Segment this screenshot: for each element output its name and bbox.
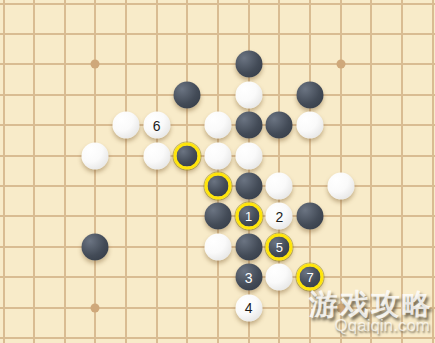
grid-line-horizontal (0, 33, 435, 35)
stone-black-9-4 (266, 112, 293, 139)
stone-black-8-8 (235, 233, 262, 260)
stone-white-8-5 (235, 142, 262, 169)
stone-black-7-7 (205, 203, 232, 230)
grid-line-horizontal (0, 276, 435, 278)
grid-line-vertical (33, 0, 35, 343)
stone-white-7-4 (205, 112, 232, 139)
stone-white-3-5 (82, 142, 109, 169)
move-number: 5 (276, 240, 283, 253)
stone-black-3-8 (82, 233, 109, 260)
star-point (91, 303, 100, 312)
star-point (336, 60, 345, 69)
stone-black-10-7 (297, 203, 324, 230)
grid-line-vertical (156, 0, 158, 343)
stone-white-5-5 (143, 142, 170, 169)
grid-line-vertical (125, 0, 127, 343)
stone-black-10-3 (297, 81, 324, 108)
move-number: 6 (153, 118, 161, 132)
stone-black-6-3 (174, 81, 201, 108)
grid-line-vertical (3, 0, 5, 343)
move-number: 4 (245, 301, 253, 315)
stone-white-10-4 (297, 112, 324, 139)
stone-black-8-2 (235, 51, 262, 78)
move-number: 3 (245, 270, 253, 284)
stone-white-7-8 (205, 233, 232, 260)
stone-black-8-7: 1 (235, 203, 262, 230)
stone-white-8-10: 4 (235, 294, 262, 321)
stone-black-8-6 (235, 172, 262, 199)
stone-white-11-6 (327, 172, 354, 199)
stone-black-8-9: 3 (235, 264, 262, 291)
stone-white-4-4 (113, 112, 140, 139)
stone-black-7-6 (205, 172, 232, 199)
stone-white-9-7: 2 (266, 203, 293, 230)
grid-line-vertical (64, 0, 66, 343)
stone-black-6-5 (174, 142, 201, 169)
move-number: 1 (245, 210, 252, 223)
stone-white-9-9 (266, 264, 293, 291)
stone-white-5-4: 6 (143, 112, 170, 139)
grid-line-vertical (186, 0, 188, 343)
grid-line-vertical (94, 0, 96, 343)
grid-line-horizontal (0, 337, 435, 339)
stone-white-9-6 (266, 172, 293, 199)
move-number: 7 (306, 271, 313, 284)
stone-black-9-8: 5 (266, 233, 293, 260)
stone-white-8-3 (235, 81, 262, 108)
grid-line-horizontal (0, 3, 435, 5)
grid-line-horizontal (0, 63, 435, 65)
stone-black-8-4 (235, 112, 262, 139)
gomoku-board[interactable]: 6125374 游戏攻略 Qqaiqin.com (0, 0, 435, 343)
move-number: 2 (275, 209, 283, 223)
watermark-url: Qqaiqin.com (335, 316, 430, 336)
stone-white-7-5 (205, 142, 232, 169)
star-point (91, 60, 100, 69)
grid-line-horizontal (0, 94, 435, 96)
